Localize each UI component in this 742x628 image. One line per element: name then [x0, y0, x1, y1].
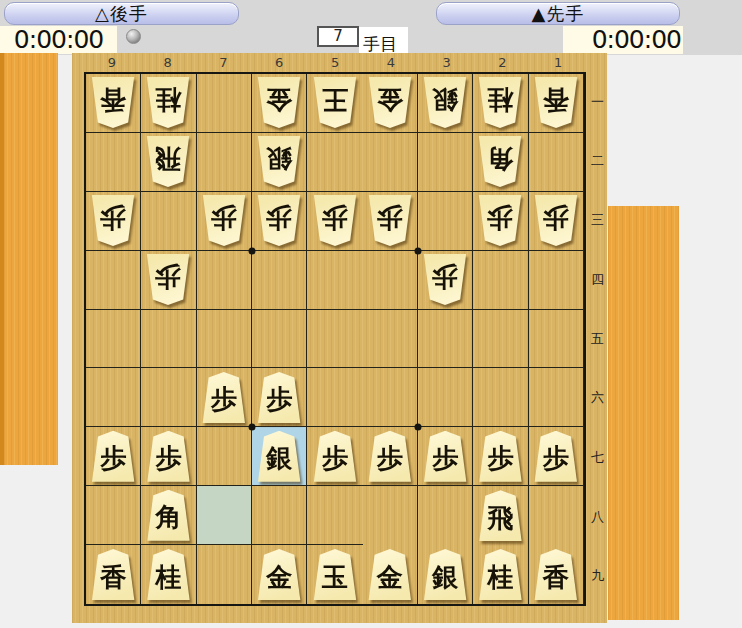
square-87[interactable]: 歩 [141, 427, 196, 486]
sente-piece-歩-87[interactable]: 歩 [145, 431, 191, 482]
gote-piece-歩-93[interactable]: 歩 [90, 195, 136, 246]
square-19[interactable]: 香 [529, 545, 584, 604]
square-76[interactable]: 歩 [197, 368, 252, 427]
square-96[interactable] [86, 368, 141, 427]
piece-face: 銀 [422, 549, 468, 600]
file-label-5: 5 [307, 54, 363, 71]
file-coordinate-labels: 987654321 [84, 54, 586, 71]
square-69[interactable]: 金 [252, 545, 307, 604]
sente-captured-pieces-stand[interactable] [608, 206, 679, 620]
piece-face: 歩 [533, 195, 579, 246]
piece-face: 金 [367, 549, 413, 600]
rank-label-4: 四 [589, 250, 606, 309]
square-52[interactable] [307, 133, 362, 192]
gote-piece-香-91[interactable]: 香 [90, 77, 136, 128]
board-grid: 香桂金王金銀桂香飛銀角歩歩歩歩歩歩歩歩歩歩歩歩歩銀歩歩歩歩歩角飛香桂金玉金銀桂香 [84, 72, 586, 606]
square-48[interactable] [363, 486, 418, 545]
turn-indicator-orb-icon [126, 29, 141, 44]
piece-face: 歩 [477, 195, 523, 246]
piece-face: 歩 [422, 431, 468, 482]
piece-face: 玉 [312, 549, 358, 600]
piece-face: 香 [533, 77, 579, 128]
square-77[interactable] [197, 427, 252, 486]
file-label-9: 9 [84, 54, 140, 71]
gote-piece-歩-34[interactable]: 歩 [422, 254, 468, 305]
square-47[interactable]: 歩 [363, 427, 418, 486]
sente-piece-銀-39[interactable]: 銀 [422, 549, 468, 600]
gote-piece-桂-21[interactable]: 桂 [477, 77, 523, 128]
gote-piece-歩-84[interactable]: 歩 [145, 254, 191, 305]
piece-face: 歩 [367, 431, 413, 482]
square-21[interactable]: 桂 [473, 74, 528, 133]
gote-piece-金-41[interactable]: 金 [367, 77, 413, 128]
piece-face: 香 [533, 549, 579, 600]
gote-piece-角-22[interactable]: 角 [477, 136, 523, 187]
square-46[interactable] [363, 368, 418, 427]
piece-face: 香 [90, 549, 136, 600]
sente-piece-歩-97[interactable]: 歩 [90, 431, 136, 482]
file-label-7: 7 [196, 54, 252, 71]
piece-face: 歩 [201, 372, 247, 423]
gote-clock: 0:00:00 [0, 26, 117, 54]
piece-face: 香 [90, 77, 136, 128]
file-label-6: 6 [251, 54, 307, 71]
square-78-last-move-origin[interactable] [197, 486, 252, 545]
sente-piece-歩-27[interactable]: 歩 [477, 431, 523, 482]
rank-coordinate-labels: 一二三四五六七八九 [589, 72, 606, 606]
square-41[interactable]: 金 [363, 74, 418, 133]
rank-label-5: 五 [589, 309, 606, 368]
rank-label-6: 六 [589, 369, 606, 428]
piece-face: 銀 [422, 77, 468, 128]
gote-piece-金-61[interactable]: 金 [256, 77, 302, 128]
gote-captured-pieces-stand[interactable] [0, 53, 58, 465]
piece-face: 桂 [145, 77, 191, 128]
square-44[interactable] [363, 251, 418, 310]
sente-piece-歩-66[interactable]: 歩 [256, 372, 302, 423]
square-73[interactable]: 歩 [197, 192, 252, 251]
square-13[interactable]: 歩 [529, 192, 584, 251]
square-11[interactable]: 香 [529, 74, 584, 133]
square-14[interactable] [529, 251, 584, 310]
square-39[interactable]: 銀 [418, 545, 473, 604]
piece-face: 桂 [145, 549, 191, 600]
square-71[interactable] [197, 74, 252, 133]
square-33[interactable] [418, 192, 473, 251]
square-56[interactable] [307, 368, 362, 427]
file-label-1: 1 [530, 54, 586, 71]
sente-piece-歩-47[interactable]: 歩 [367, 431, 413, 482]
piece-face: 金 [256, 77, 302, 128]
square-23[interactable]: 歩 [473, 192, 528, 251]
sente-piece-銀-67[interactable]: 銀 [256, 431, 302, 482]
square-45[interactable] [363, 310, 418, 369]
piece-face: 金 [256, 549, 302, 600]
square-62[interactable]: 銀 [252, 133, 307, 192]
square-32[interactable] [418, 133, 473, 192]
square-82[interactable]: 飛 [141, 133, 196, 192]
square-25[interactable] [473, 310, 528, 369]
sente-piece-金-49[interactable]: 金 [367, 549, 413, 600]
piece-face: 歩 [312, 195, 358, 246]
piece-face: 桂 [477, 549, 523, 600]
sente-piece-桂-89[interactable]: 桂 [145, 549, 191, 600]
square-12[interactable] [529, 133, 584, 192]
square-79[interactable] [197, 545, 252, 604]
gote-piece-歩-53[interactable]: 歩 [312, 195, 358, 246]
sente-piece-金-69[interactable]: 金 [256, 549, 302, 600]
shogi-board: 987654321 香桂金王金銀桂香飛銀角歩歩歩歩歩歩歩歩歩歩歩歩歩銀歩歩歩歩歩… [72, 53, 607, 623]
square-74[interactable] [197, 251, 252, 310]
square-54[interactable] [307, 251, 362, 310]
piece-face: 飛 [477, 490, 523, 541]
piece-face: 歩 [145, 254, 191, 305]
square-65[interactable] [252, 310, 307, 369]
square-67-last-move-destination[interactable]: 銀 [252, 427, 307, 486]
rank-label-1: 一 [589, 72, 606, 131]
square-86[interactable] [141, 368, 196, 427]
gote-piece-桂-81[interactable]: 桂 [145, 77, 191, 128]
square-18[interactable] [529, 486, 584, 545]
square-66[interactable]: 歩 [252, 368, 307, 427]
move-number-field[interactable]: 7 [317, 26, 359, 47]
piece-face: 歩 [256, 372, 302, 423]
square-29[interactable]: 桂 [473, 545, 528, 604]
rank-label-9: 九 [589, 547, 606, 606]
square-26[interactable] [473, 368, 528, 427]
square-75[interactable] [197, 310, 252, 369]
square-89[interactable]: 桂 [141, 545, 196, 604]
square-17[interactable]: 歩 [529, 427, 584, 486]
square-59[interactable]: 玉 [307, 545, 362, 604]
sente-piece-飛-28[interactable]: 飛 [477, 490, 523, 541]
square-27[interactable]: 歩 [473, 427, 528, 486]
piece-face: 歩 [422, 254, 468, 305]
gote-piece-歩-23[interactable]: 歩 [477, 195, 523, 246]
square-15[interactable] [529, 310, 584, 369]
sente-piece-香-99[interactable]: 香 [90, 549, 136, 600]
square-63[interactable]: 歩 [252, 192, 307, 251]
square-91[interactable]: 香 [86, 74, 141, 133]
gote-piece-歩-43[interactable]: 歩 [367, 195, 413, 246]
file-label-8: 8 [140, 54, 196, 71]
file-label-2: 2 [474, 54, 530, 71]
rank-label-3: 三 [589, 191, 606, 250]
piece-face: 歩 [201, 195, 247, 246]
piece-face: 銀 [256, 431, 302, 482]
piece-face: 歩 [90, 431, 136, 482]
square-35[interactable] [418, 310, 473, 369]
sente-piece-歩-37[interactable]: 歩 [422, 431, 468, 482]
square-37[interactable]: 歩 [418, 427, 473, 486]
piece-face: 角 [477, 136, 523, 187]
square-22[interactable]: 角 [473, 133, 528, 192]
square-92[interactable] [86, 133, 141, 192]
square-36[interactable] [418, 368, 473, 427]
sente-piece-桂-29[interactable]: 桂 [477, 549, 523, 600]
gote-piece-王-51[interactable]: 王 [312, 77, 358, 128]
square-98[interactable] [86, 486, 141, 545]
square-84[interactable]: 歩 [141, 251, 196, 310]
piece-face: 歩 [90, 195, 136, 246]
gote-piece-飛-82[interactable]: 飛 [145, 136, 191, 187]
gote-piece-歩-63[interactable]: 歩 [256, 195, 302, 246]
piece-face: 歩 [367, 195, 413, 246]
square-34[interactable]: 歩 [418, 251, 473, 310]
square-64[interactable] [252, 251, 307, 310]
square-95[interactable] [86, 310, 141, 369]
square-31[interactable]: 銀 [418, 74, 473, 133]
square-38[interactable] [418, 486, 473, 545]
square-55[interactable] [307, 310, 362, 369]
square-57[interactable]: 歩 [307, 427, 362, 486]
gote-player-button[interactable]: △後手 [4, 2, 239, 25]
sente-player-button[interactable]: ▲先手 [436, 2, 680, 25]
piece-face: 桂 [477, 77, 523, 128]
square-81[interactable]: 桂 [141, 74, 196, 133]
square-24[interactable] [473, 251, 528, 310]
sente-clock: 0:00:00 [563, 26, 683, 54]
square-43[interactable]: 歩 [363, 192, 418, 251]
gote-piece-銀-31[interactable]: 銀 [422, 77, 468, 128]
sente-piece-玉-59[interactable]: 玉 [312, 549, 358, 600]
piece-face: 銀 [256, 136, 302, 187]
piece-face: 歩 [145, 431, 191, 482]
rank-label-2: 二 [589, 131, 606, 190]
piece-face: 歩 [533, 431, 579, 482]
gote-piece-香-11[interactable]: 香 [533, 77, 579, 128]
piece-face: 歩 [256, 195, 302, 246]
sente-piece-歩-76[interactable]: 歩 [201, 372, 247, 423]
piece-face: 歩 [477, 431, 523, 482]
piece-face: 王 [312, 77, 358, 128]
square-61[interactable]: 金 [252, 74, 307, 133]
square-99[interactable]: 香 [86, 545, 141, 604]
sente-piece-歩-17[interactable]: 歩 [533, 431, 579, 482]
sente-piece-香-19[interactable]: 香 [533, 549, 579, 600]
square-68[interactable] [252, 486, 307, 545]
file-label-4: 4 [363, 54, 419, 71]
rank-label-8: 八 [589, 487, 606, 546]
square-58[interactable] [307, 486, 362, 545]
square-16[interactable] [529, 368, 584, 427]
square-72[interactable] [197, 133, 252, 192]
file-label-3: 3 [419, 54, 475, 71]
sente-piece-歩-57[interactable]: 歩 [312, 431, 358, 482]
square-88[interactable]: 角 [141, 486, 196, 545]
square-85[interactable] [141, 310, 196, 369]
gote-piece-銀-62[interactable]: 銀 [256, 136, 302, 187]
square-51[interactable]: 王 [307, 74, 362, 133]
piece-face: 歩 [312, 431, 358, 482]
piece-face: 飛 [145, 136, 191, 187]
square-53[interactable]: 歩 [307, 192, 362, 251]
square-49[interactable]: 金 [363, 545, 418, 604]
square-83[interactable] [141, 192, 196, 251]
sente-piece-角-88[interactable]: 角 [145, 490, 191, 541]
gote-piece-歩-13[interactable]: 歩 [533, 195, 579, 246]
square-94[interactable] [86, 251, 141, 310]
square-42[interactable] [363, 133, 418, 192]
shogi-app-window: △後手 ▲先手 0:00:00 7 手目 0:00:00 987654321 香… [0, 0, 742, 628]
square-93[interactable]: 歩 [86, 192, 141, 251]
gote-piece-歩-73[interactable]: 歩 [201, 195, 247, 246]
square-97[interactable]: 歩 [86, 427, 141, 486]
rank-label-7: 七 [589, 428, 606, 487]
square-28[interactable]: 飛 [473, 486, 528, 545]
piece-face: 金 [367, 77, 413, 128]
piece-face: 角 [145, 490, 191, 541]
